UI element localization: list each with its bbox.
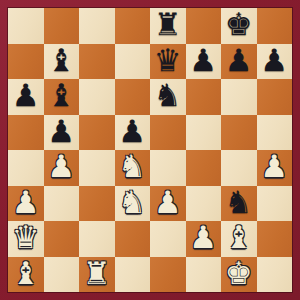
- piece-black-pawn: ♟: [47, 116, 75, 147]
- square-d2[interactable]: [115, 221, 151, 257]
- square-d1[interactable]: [115, 257, 151, 293]
- square-b7[interactable]: ♝: [44, 44, 80, 80]
- square-f2[interactable]: ♟: [186, 221, 222, 257]
- square-e3[interactable]: ♟: [150, 186, 186, 222]
- square-d6[interactable]: [115, 79, 151, 115]
- square-b5[interactable]: ♟: [44, 115, 80, 151]
- square-h1[interactable]: [257, 257, 293, 293]
- square-b6[interactable]: ♝: [44, 79, 80, 115]
- square-b8[interactable]: [44, 8, 80, 44]
- square-c5[interactable]: [79, 115, 115, 151]
- square-e8[interactable]: ♜: [150, 8, 186, 44]
- piece-white-pawn: ♟: [47, 151, 75, 182]
- piece-black-pawn: ♟: [189, 45, 217, 76]
- square-a2[interactable]: ♛: [8, 221, 44, 257]
- square-h2[interactable]: [257, 221, 293, 257]
- square-e5[interactable]: [150, 115, 186, 151]
- square-f7[interactable]: ♟: [186, 44, 222, 80]
- square-d5[interactable]: ♟: [115, 115, 151, 151]
- square-c6[interactable]: [79, 79, 115, 115]
- square-h8[interactable]: [257, 8, 293, 44]
- square-f4[interactable]: [186, 150, 222, 186]
- piece-black-king: ♚: [225, 9, 253, 40]
- piece-white-pawn: ♟: [12, 187, 40, 218]
- piece-black-pawn: ♟: [118, 116, 146, 147]
- square-a3[interactable]: ♟: [8, 186, 44, 222]
- square-g8[interactable]: ♚: [221, 8, 257, 44]
- square-c8[interactable]: [79, 8, 115, 44]
- square-b1[interactable]: [44, 257, 80, 293]
- piece-white-pawn: ♟: [189, 222, 217, 253]
- piece-black-pawn: ♟: [225, 45, 253, 76]
- square-f8[interactable]: [186, 8, 222, 44]
- square-a7[interactable]: [8, 44, 44, 80]
- square-b3[interactable]: [44, 186, 80, 222]
- square-g1[interactable]: ♚: [221, 257, 257, 293]
- board-frame: ♜♚♝♛♟♟♟♟♝♞♟♟♟♞♟♟♞♟♞♛♟♝♝♜♚: [0, 0, 300, 300]
- square-h7[interactable]: ♟: [257, 44, 293, 80]
- piece-white-king: ♚: [225, 258, 253, 289]
- square-h5[interactable]: [257, 115, 293, 151]
- square-a8[interactable]: [8, 8, 44, 44]
- square-e1[interactable]: [150, 257, 186, 293]
- piece-white-knight: ♞: [118, 151, 146, 182]
- square-g6[interactable]: [221, 79, 257, 115]
- piece-black-bishop: ♝: [47, 80, 75, 111]
- piece-black-queen: ♛: [154, 45, 182, 76]
- piece-black-bishop: ♝: [47, 45, 75, 76]
- square-h3[interactable]: [257, 186, 293, 222]
- piece-black-knight: ♞: [154, 80, 182, 111]
- square-d8[interactable]: [115, 8, 151, 44]
- square-c2[interactable]: [79, 221, 115, 257]
- square-h4[interactable]: ♟: [257, 150, 293, 186]
- square-g4[interactable]: [221, 150, 257, 186]
- square-c4[interactable]: [79, 150, 115, 186]
- square-f6[interactable]: [186, 79, 222, 115]
- square-c3[interactable]: [79, 186, 115, 222]
- piece-white-bishop: ♝: [225, 222, 253, 253]
- square-e6[interactable]: ♞: [150, 79, 186, 115]
- square-g7[interactable]: ♟: [221, 44, 257, 80]
- square-c7[interactable]: [79, 44, 115, 80]
- square-h6[interactable]: [257, 79, 293, 115]
- square-a5[interactable]: [8, 115, 44, 151]
- square-g5[interactable]: [221, 115, 257, 151]
- square-e4[interactable]: [150, 150, 186, 186]
- square-a6[interactable]: ♟: [8, 79, 44, 115]
- square-g3[interactable]: ♞: [221, 186, 257, 222]
- piece-black-knight: ♞: [225, 187, 253, 218]
- square-a4[interactable]: [8, 150, 44, 186]
- square-a1[interactable]: ♝: [8, 257, 44, 293]
- square-d7[interactable]: [115, 44, 151, 80]
- piece-white-queen: ♛: [12, 222, 40, 253]
- piece-white-pawn: ♟: [154, 187, 182, 218]
- piece-white-knight: ♞: [118, 187, 146, 218]
- square-b2[interactable]: [44, 221, 80, 257]
- piece-black-pawn: ♟: [12, 80, 40, 111]
- piece-white-rook: ♜: [83, 258, 111, 289]
- square-d3[interactable]: ♞: [115, 186, 151, 222]
- piece-white-bishop: ♝: [12, 258, 40, 289]
- square-d4[interactable]: ♞: [115, 150, 151, 186]
- square-c1[interactable]: ♜: [79, 257, 115, 293]
- square-e7[interactable]: ♛: [150, 44, 186, 80]
- chess-board: ♜♚♝♛♟♟♟♟♝♞♟♟♟♞♟♟♞♟♞♛♟♝♝♜♚: [8, 8, 292, 292]
- piece-black-rook: ♜: [154, 9, 182, 40]
- square-f3[interactable]: [186, 186, 222, 222]
- square-f1[interactable]: [186, 257, 222, 293]
- square-f5[interactable]: [186, 115, 222, 151]
- piece-white-pawn: ♟: [260, 151, 288, 182]
- square-b4[interactable]: ♟: [44, 150, 80, 186]
- piece-black-pawn: ♟: [260, 45, 288, 76]
- square-e2[interactable]: [150, 221, 186, 257]
- square-g2[interactable]: ♝: [221, 221, 257, 257]
